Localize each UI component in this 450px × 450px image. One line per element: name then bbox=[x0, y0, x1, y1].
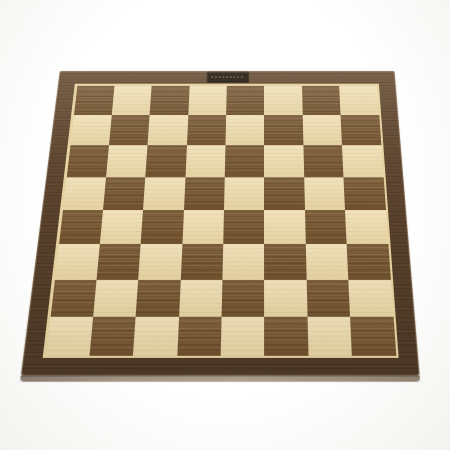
board-square bbox=[305, 210, 347, 244]
board-square bbox=[223, 210, 264, 244]
board-frame bbox=[21, 71, 420, 376]
maple-inlay-border bbox=[43, 84, 399, 358]
board-square bbox=[264, 280, 307, 317]
board-square bbox=[347, 244, 391, 280]
board-square bbox=[304, 177, 345, 210]
board-square bbox=[225, 145, 265, 177]
board-square bbox=[350, 317, 396, 356]
board-square bbox=[187, 115, 227, 146]
board-square bbox=[133, 317, 179, 356]
board-squares bbox=[46, 85, 396, 355]
nameplate-plaque bbox=[206, 72, 249, 83]
board-square bbox=[345, 210, 388, 244]
board-square bbox=[264, 115, 303, 146]
board-square bbox=[222, 280, 265, 317]
board-square bbox=[264, 85, 302, 114]
board-square bbox=[150, 85, 190, 114]
board-square bbox=[136, 280, 181, 317]
board-square bbox=[89, 317, 135, 356]
board-square bbox=[264, 317, 308, 356]
board-square bbox=[348, 280, 393, 317]
board-square bbox=[307, 317, 352, 356]
board-square bbox=[74, 85, 115, 114]
board-square bbox=[146, 145, 187, 177]
board-square bbox=[59, 210, 103, 244]
board-square bbox=[341, 115, 381, 146]
board-square bbox=[63, 177, 106, 210]
board-square bbox=[103, 177, 146, 210]
board-square bbox=[185, 145, 225, 177]
board-square bbox=[70, 115, 112, 146]
board-square bbox=[342, 145, 383, 177]
board-square bbox=[184, 177, 225, 210]
board-square bbox=[306, 244, 349, 280]
board-square bbox=[106, 145, 148, 177]
board-square bbox=[100, 210, 144, 244]
board-square bbox=[180, 244, 223, 280]
board-square bbox=[224, 177, 264, 210]
board-square bbox=[221, 317, 265, 356]
board-square bbox=[141, 210, 184, 244]
board-square bbox=[66, 145, 109, 177]
board-square bbox=[264, 244, 306, 280]
board-square bbox=[306, 280, 350, 317]
board-square bbox=[112, 85, 152, 114]
board-square bbox=[302, 115, 342, 146]
board-square bbox=[188, 85, 227, 114]
board-square bbox=[264, 210, 305, 244]
board-square bbox=[138, 244, 182, 280]
board-square bbox=[222, 244, 264, 280]
board-square bbox=[96, 244, 140, 280]
board-square bbox=[339, 85, 379, 114]
board-square bbox=[344, 177, 386, 210]
board-square bbox=[303, 145, 343, 177]
board-square bbox=[226, 85, 264, 114]
board-square bbox=[109, 115, 150, 146]
chess-board bbox=[21, 71, 420, 376]
board-square bbox=[225, 115, 264, 146]
board-side-edge bbox=[20, 376, 420, 382]
product-photo bbox=[0, 0, 450, 450]
board-square bbox=[264, 177, 304, 210]
board-square bbox=[143, 177, 185, 210]
board-square bbox=[264, 145, 304, 177]
board-square bbox=[50, 280, 96, 317]
board-square bbox=[54, 244, 99, 280]
board-square bbox=[148, 115, 188, 146]
board-square bbox=[46, 317, 93, 356]
board-square bbox=[302, 85, 341, 114]
board-square bbox=[182, 210, 224, 244]
board-square bbox=[179, 280, 223, 317]
board-square bbox=[177, 317, 222, 356]
board-square bbox=[93, 280, 138, 317]
